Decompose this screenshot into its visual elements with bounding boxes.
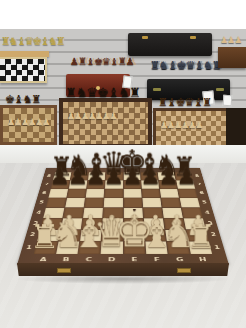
file-label-bottom-d: D (100, 255, 122, 265)
square-b5[interactable] (65, 198, 85, 207)
square-f7[interactable]: ♟ (141, 180, 159, 188)
square-a6[interactable] (49, 189, 69, 198)
square-b6[interactable] (67, 189, 86, 198)
dark-pieces-row: ♜♝♚♛♝♜ (158, 97, 211, 108)
square-g5[interactable] (161, 198, 181, 207)
square-a5[interactable] (46, 198, 66, 207)
square-g6[interactable] (160, 189, 179, 198)
chess-shop-photo: ♜♞♝♛♚♝♞♜ ♟♜♝♚♛♝♜♟ ♜♞♝♚♛♝♞♜ ♟♟♟ ♚♝♞♜ ♟♟♟♟… (0, 0, 246, 328)
board-front-edge (17, 263, 229, 276)
square-c6[interactable] (86, 189, 104, 198)
shelf-board-center: ♜♞♛♚♝♞♜ ♟♟♟♟♟♟♟ (59, 98, 152, 148)
square-d7[interactable]: ♟ (105, 180, 122, 188)
light-pawns-row: ♟♟♟♟♟♟ (160, 121, 202, 130)
metal-chess-pieces-row: ♜♞♝♛♚♝♞♜ (1, 36, 64, 47)
chess-board: ABCDEFGH8♜♞♝♛♚♝♞♜87♟♟♟♟♟♟♟♟7665544332♟♟♟… (17, 168, 229, 265)
piece-black-pawn[interactable]: ♟ (176, 164, 197, 187)
wooden-box (218, 47, 246, 68)
shelf-board-left: ♚♝♞♜ ♟♟♟♟♟♟ (0, 105, 57, 145)
light-pawns-row: ♟♟♟♟♟♟ (7, 118, 49, 127)
black-metal-pieces-row: ♜♞♝♚♛♝♞♜ (150, 60, 221, 71)
square-e6[interactable] (123, 189, 141, 198)
file-label-bottom-e: E (123, 255, 145, 265)
file-label-bottom-b: B (54, 255, 77, 265)
rank-label-right-5: 5 (198, 198, 210, 207)
piece-white-rook[interactable]: ♜ (186, 220, 215, 253)
black-white-checkerboard (0, 57, 47, 83)
brass-hinge (177, 268, 191, 273)
square-f6[interactable] (142, 189, 160, 198)
brass-latch (190, 36, 196, 39)
rank-label-right-6: 6 (196, 189, 208, 198)
king-dark-finial (133, 206, 136, 211)
file-label-bottom-f: F (146, 255, 169, 265)
light-pawns-row: ♟♟♟♟♟♟♟ (67, 112, 116, 121)
brass-hinge (57, 268, 71, 273)
square-h6[interactable] (178, 189, 198, 198)
main-board-scene: ABCDEFGH8♜♞♝♛♚♝♞♜87♟♟♟♟♟♟♟♟7665544332♟♟♟… (17, 168, 229, 265)
dark-pieces-row: ♜♞♛♚♝♞♜ (65, 86, 140, 99)
dark-pieces-row: ♚♝♞♜ (5, 94, 40, 105)
square-h5[interactable] (180, 198, 200, 207)
file-label-bottom-c: C (77, 255, 100, 265)
square-g7[interactable]: ♟ (159, 180, 177, 188)
frame-corner (213, 255, 228, 265)
square-e7[interactable]: ♟ (123, 180, 140, 188)
mahogany-set-pieces-row: ♟♜♝♚♛♝♜♟ (70, 57, 134, 67)
file-label-bottom-g: G (168, 255, 191, 265)
square-c5[interactable] (85, 198, 104, 207)
wooden-box-pieces-row: ♟♟♟ (220, 36, 241, 45)
file-label-bottom-h: H (191, 255, 215, 265)
square-h7[interactable]: ♟ (176, 180, 195, 188)
square-d6[interactable] (105, 189, 123, 198)
brass-latch (142, 36, 148, 39)
shelf-board-dark-edge (226, 108, 246, 148)
black-briefcase (128, 33, 212, 56)
file-label-bottom-a: A (31, 255, 55, 265)
price-tag (223, 95, 233, 107)
square-h1[interactable]: ♜ (188, 242, 212, 254)
